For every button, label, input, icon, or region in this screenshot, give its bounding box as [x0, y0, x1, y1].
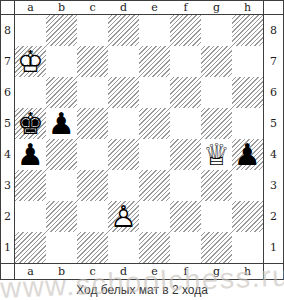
file-label-d: d — [108, 1, 139, 14]
rank-label-2: 2 — [264, 201, 283, 232]
square-d1[interactable] — [108, 232, 139, 263]
square-c2[interactable] — [77, 201, 108, 232]
square-e6[interactable] — [139, 77, 170, 108]
square-e4[interactable] — [139, 139, 170, 170]
black-pawn-glyph: ♟ — [48, 106, 75, 141]
square-e2[interactable] — [139, 201, 170, 232]
rank-label-6: 6 — [264, 77, 283, 108]
square-g4[interactable]: ♛♕ — [201, 139, 232, 170]
board: ♚♔♚♟♟♛♕♟♟♙ — [14, 14, 264, 264]
square-c6[interactable] — [77, 77, 108, 108]
white-queen-glyph: ♕ — [203, 137, 230, 172]
square-c8[interactable] — [77, 15, 108, 46]
square-f7[interactable] — [170, 46, 201, 77]
square-f1[interactable] — [170, 232, 201, 263]
file-label-g: g — [201, 264, 232, 279]
square-d6[interactable] — [108, 77, 139, 108]
file-label-c: c — [77, 264, 108, 279]
chess-diagram: abcdefgh 87654321 ♚♔♚♟♟♛♕♟♟♙ 87654321 ab… — [0, 0, 284, 280]
black-king-a5: ♚ — [15, 108, 46, 139]
white-king-glyph: ♔ — [17, 44, 44, 79]
white-queen-g4: ♛♕ — [201, 139, 232, 170]
square-g5[interactable] — [201, 108, 232, 139]
file-label-f: f — [170, 1, 201, 14]
black-pawn-h4: ♟ — [232, 139, 263, 170]
square-b1[interactable] — [46, 232, 77, 263]
square-a2[interactable] — [15, 201, 46, 232]
square-a1[interactable] — [15, 232, 46, 263]
white-pawn-glyph: ♙ — [110, 199, 137, 234]
file-labels-bottom: abcdefgh — [14, 264, 264, 279]
square-c3[interactable] — [77, 170, 108, 201]
square-g2[interactable] — [201, 201, 232, 232]
square-g8[interactable] — [201, 15, 232, 46]
square-c1[interactable] — [77, 232, 108, 263]
square-f3[interactable] — [170, 170, 201, 201]
rank-label-3: 3 — [264, 170, 283, 201]
file-label-e: e — [139, 1, 170, 14]
square-e1[interactable] — [139, 232, 170, 263]
file-label-h: h — [232, 1, 263, 14]
square-f8[interactable] — [170, 15, 201, 46]
rank-label-4: 4 — [264, 139, 283, 170]
file-label-b: b — [46, 264, 77, 279]
square-h2[interactable] — [232, 201, 263, 232]
square-b7[interactable] — [46, 46, 77, 77]
square-b6[interactable] — [46, 77, 77, 108]
square-h3[interactable] — [232, 170, 263, 201]
rank-label-5: 5 — [1, 108, 14, 139]
black-pawn-b5: ♟ — [46, 108, 77, 139]
rank-label-6: 6 — [1, 77, 14, 108]
square-c4[interactable] — [77, 139, 108, 170]
square-c7[interactable] — [77, 46, 108, 77]
file-label-g: g — [201, 1, 232, 14]
square-h4[interactable]: ♟ — [232, 139, 263, 170]
square-a6[interactable] — [15, 77, 46, 108]
rank-label-7: 7 — [1, 46, 14, 77]
black-pawn-a4: ♟ — [15, 139, 46, 170]
square-f6[interactable] — [170, 77, 201, 108]
square-b4[interactable] — [46, 139, 77, 170]
square-a7[interactable]: ♚♔ — [15, 46, 46, 77]
square-h8[interactable] — [232, 15, 263, 46]
square-h7[interactable] — [232, 46, 263, 77]
black-pawn-glyph: ♟ — [17, 137, 44, 172]
square-f2[interactable] — [170, 201, 201, 232]
square-b2[interactable] — [46, 201, 77, 232]
square-h5[interactable] — [232, 108, 263, 139]
square-b8[interactable] — [46, 15, 77, 46]
square-e3[interactable] — [139, 170, 170, 201]
puzzle-caption: Ход белых мат в 2 хода — [0, 283, 284, 297]
square-e8[interactable] — [139, 15, 170, 46]
file-label-e: e — [139, 264, 170, 279]
black-king-glyph: ♚ — [17, 106, 44, 141]
rank-label-2: 2 — [1, 201, 14, 232]
rank-label-7: 7 — [264, 46, 283, 77]
rank-label-1: 1 — [264, 232, 283, 263]
rank-label-4: 4 — [1, 139, 14, 170]
square-f5[interactable] — [170, 108, 201, 139]
square-g3[interactable] — [201, 170, 232, 201]
rank-labels-right: 87654321 — [264, 14, 283, 264]
rank-label-5: 5 — [264, 108, 283, 139]
file-label-a: a — [15, 264, 46, 279]
white-king-a7: ♚♔ — [15, 46, 46, 77]
square-e5[interactable] — [139, 108, 170, 139]
square-a3[interactable] — [15, 170, 46, 201]
rank-label-1: 1 — [1, 232, 14, 263]
rank-label-8: 8 — [1, 15, 14, 46]
square-d3[interactable] — [108, 170, 139, 201]
square-b3[interactable] — [46, 170, 77, 201]
square-d5[interactable] — [108, 108, 139, 139]
file-label-a: a — [15, 1, 46, 14]
file-label-h: h — [232, 264, 263, 279]
file-label-f: f — [170, 264, 201, 279]
rank-label-8: 8 — [264, 15, 283, 46]
square-a8[interactable] — [15, 15, 46, 46]
square-d7[interactable] — [108, 46, 139, 77]
black-pawn-glyph: ♟ — [234, 137, 261, 172]
square-d2[interactable]: ♟♙ — [108, 201, 139, 232]
rank-label-3: 3 — [1, 170, 14, 201]
rank-labels-left: 87654321 — [1, 14, 14, 264]
square-g6[interactable] — [201, 77, 232, 108]
square-a4[interactable]: ♟ — [15, 139, 46, 170]
square-e7[interactable] — [139, 46, 170, 77]
square-d8[interactable] — [108, 15, 139, 46]
file-labels-top: abcdefgh — [14, 1, 264, 14]
file-label-d: d — [108, 264, 139, 279]
square-a5[interactable]: ♚ — [15, 108, 46, 139]
square-h6[interactable] — [232, 77, 263, 108]
square-b5[interactable]: ♟ — [46, 108, 77, 139]
white-pawn-d2: ♟♙ — [108, 201, 139, 232]
file-label-b: b — [46, 1, 77, 14]
file-label-c: c — [77, 1, 108, 14]
square-h1[interactable] — [232, 232, 263, 263]
square-f4[interactable] — [170, 139, 201, 170]
square-d4[interactable] — [108, 139, 139, 170]
square-g1[interactable] — [201, 232, 232, 263]
square-g7[interactable] — [201, 46, 232, 77]
square-c5[interactable] — [77, 108, 108, 139]
